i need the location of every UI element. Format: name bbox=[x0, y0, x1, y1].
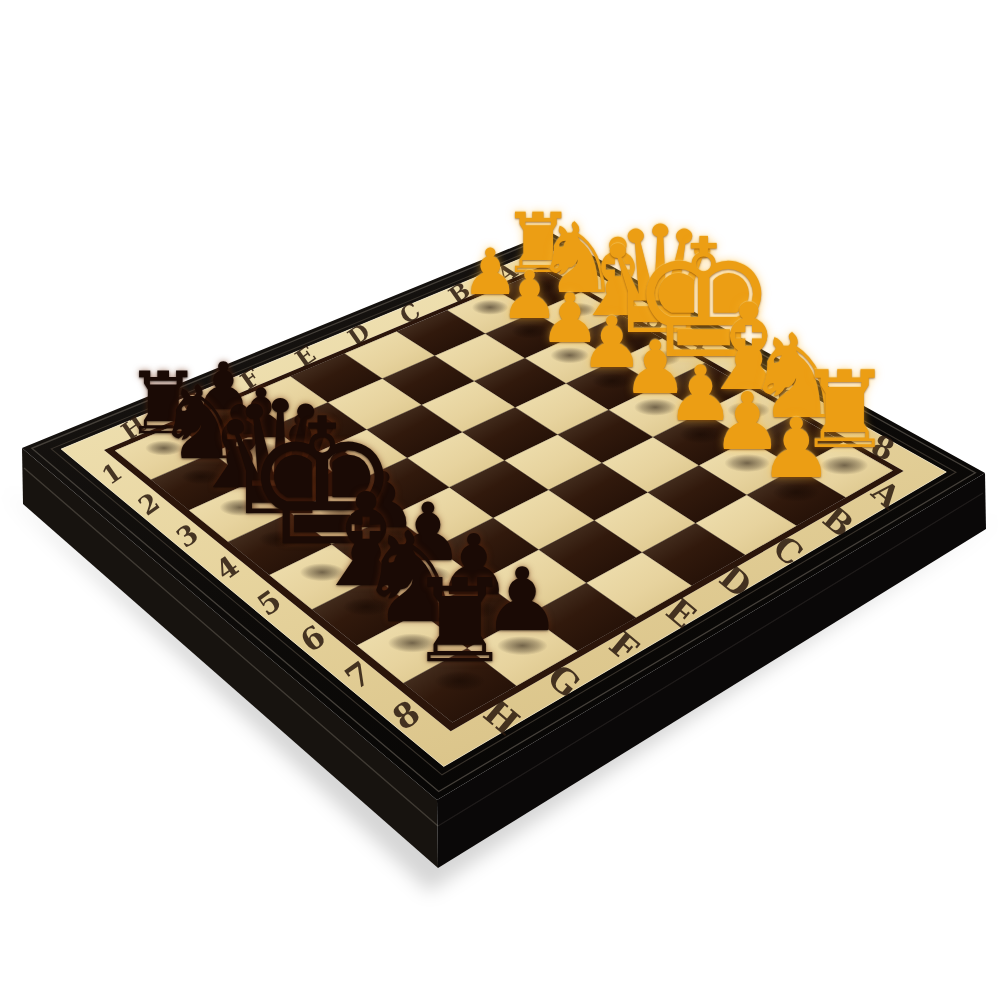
photo-background: AABBCCDDEEFFGGHH1122334455667788 ♜♟♞♟♝♟♛… bbox=[0, 0, 1000, 1000]
piece-black-rook-h8[interactable]: ♜ bbox=[408, 563, 511, 678]
piece-white-pawn-b8[interactable]: ♟ bbox=[759, 408, 833, 491]
chessboard: AABBCCDDEEFFGGHH1122334455667788 bbox=[0, 0, 1000, 1000]
